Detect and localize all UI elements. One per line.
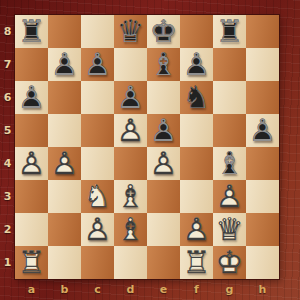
square-f7: ♟♙ — [180, 48, 213, 81]
square-c4 — [81, 147, 114, 180]
white-king-glyph: ♚ — [213, 246, 246, 279]
black-pawn: ♟♙ — [15, 81, 48, 114]
black-bishop-glyph: ♝ — [147, 48, 180, 81]
square-d4 — [114, 147, 147, 180]
white-queen-glyph: ♛ — [213, 213, 246, 246]
square-c7: ♟♙ — [81, 48, 114, 81]
square-f4 — [180, 147, 213, 180]
black-bishop-outline: ♗ — [213, 147, 246, 180]
square-e4: ♟♙ — [147, 147, 180, 180]
white-bishop-outline: ♗ — [114, 213, 147, 246]
rank-label-3: 3 — [0, 180, 15, 213]
square-h5: ♟♙ — [246, 114, 279, 147]
white-bishop: ♝♗ — [114, 213, 147, 246]
square-c1 — [81, 246, 114, 279]
black-pawn-outline: ♙ — [81, 48, 114, 81]
black-pawn-glyph: ♟ — [114, 81, 147, 114]
black-pawn-outline: ♙ — [246, 114, 279, 147]
square-c6 — [81, 81, 114, 114]
black-pawn-outline: ♙ — [180, 48, 213, 81]
black-pawn-outline: ♙ — [114, 81, 147, 114]
black-knight-glyph: ♞ — [180, 81, 213, 114]
square-d1 — [114, 246, 147, 279]
black-pawn: ♟♙ — [246, 114, 279, 147]
white-pawn-glyph: ♟ — [213, 180, 246, 213]
black-rook-glyph: ♜ — [213, 15, 246, 48]
square-c8 — [81, 15, 114, 48]
square-a7 — [15, 48, 48, 81]
white-pawn: ♟♙ — [147, 147, 180, 180]
wood-frame: ♜♖♛♕♚♔♜♖♟♙♟♙♝♗♟♙♟♙♟♙♞♘♟♙♟♙♟♙♟♙♟♙♟♙♝♗♞♘♝♗… — [0, 0, 300, 300]
file-label-e: e — [147, 279, 180, 300]
chess-diagram: ♜♖♛♕♚♔♜♖♟♙♟♙♝♗♟♙♟♙♟♙♞♘♟♙♟♙♟♙♟♙♟♙♟♙♝♗♞♘♝♗… — [0, 0, 300, 300]
square-d6: ♟♙ — [114, 81, 147, 114]
file-label-a: a — [15, 279, 48, 300]
file-label-d: d — [114, 279, 147, 300]
square-h8 — [246, 15, 279, 48]
square-a8: ♜♖ — [15, 15, 48, 48]
black-queen-glyph: ♛ — [114, 15, 147, 48]
white-pawn-glyph: ♟ — [81, 213, 114, 246]
square-g6 — [213, 81, 246, 114]
square-d2: ♝♗ — [114, 213, 147, 246]
square-d5: ♟♙ — [114, 114, 147, 147]
square-b4: ♟♙ — [48, 147, 81, 180]
white-rook: ♜♖ — [180, 246, 213, 279]
square-e8: ♚♔ — [147, 15, 180, 48]
square-h7 — [246, 48, 279, 81]
square-b6 — [48, 81, 81, 114]
white-pawn-glyph: ♟ — [15, 147, 48, 180]
white-bishop-outline: ♗ — [114, 180, 147, 213]
square-f1: ♜♖ — [180, 246, 213, 279]
file-label-c: c — [81, 279, 114, 300]
black-king-glyph: ♚ — [147, 15, 180, 48]
white-rook-glyph: ♜ — [15, 246, 48, 279]
black-rook: ♜♖ — [213, 15, 246, 48]
white-pawn-outline: ♙ — [114, 114, 147, 147]
black-pawn: ♟♙ — [147, 114, 180, 147]
white-pawn-outline: ♙ — [180, 213, 213, 246]
rank-label-1: 1 — [0, 246, 15, 279]
square-d7 — [114, 48, 147, 81]
square-e3 — [147, 180, 180, 213]
black-pawn: ♟♙ — [48, 48, 81, 81]
square-a6: ♟♙ — [15, 81, 48, 114]
square-a5 — [15, 114, 48, 147]
white-pawn-glyph: ♟ — [114, 114, 147, 147]
white-queen: ♛♕ — [213, 213, 246, 246]
square-e1 — [147, 246, 180, 279]
square-f5 — [180, 114, 213, 147]
white-rook: ♜♖ — [15, 246, 48, 279]
square-a1: ♜♖ — [15, 246, 48, 279]
black-pawn: ♟♙ — [114, 81, 147, 114]
black-king: ♚♔ — [147, 15, 180, 48]
white-king-outline: ♔ — [213, 246, 246, 279]
white-pawn: ♟♙ — [15, 147, 48, 180]
white-pawn: ♟♙ — [180, 213, 213, 246]
file-label-h: h — [246, 279, 279, 300]
square-f6: ♞♘ — [180, 81, 213, 114]
black-queen: ♛♕ — [114, 15, 147, 48]
white-pawn-glyph: ♟ — [180, 213, 213, 246]
square-f2: ♟♙ — [180, 213, 213, 246]
black-bishop-glyph: ♝ — [213, 147, 246, 180]
white-rook-outline: ♖ — [15, 246, 48, 279]
black-rook: ♜♖ — [15, 15, 48, 48]
black-pawn-glyph: ♟ — [147, 114, 180, 147]
square-a2 — [15, 213, 48, 246]
black-pawn-glyph: ♟ — [48, 48, 81, 81]
black-pawn-outline: ♙ — [15, 81, 48, 114]
black-bishop-outline: ♗ — [147, 48, 180, 81]
square-a3 — [15, 180, 48, 213]
square-g4: ♝♗ — [213, 147, 246, 180]
white-rook-glyph: ♜ — [180, 246, 213, 279]
square-h3 — [246, 180, 279, 213]
black-pawn-glyph: ♟ — [15, 81, 48, 114]
square-b5 — [48, 114, 81, 147]
rank-label-2: 2 — [0, 213, 15, 246]
black-pawn-outline: ♙ — [48, 48, 81, 81]
square-b8 — [48, 15, 81, 48]
black-pawn: ♟♙ — [81, 48, 114, 81]
white-pawn-outline: ♙ — [15, 147, 48, 180]
square-g1: ♚♔ — [213, 246, 246, 279]
square-e7: ♝♗ — [147, 48, 180, 81]
white-pawn-outline: ♙ — [213, 180, 246, 213]
black-bishop: ♝♗ — [147, 48, 180, 81]
square-b7: ♟♙ — [48, 48, 81, 81]
square-c3: ♞♘ — [81, 180, 114, 213]
square-h4 — [246, 147, 279, 180]
white-queen-outline: ♕ — [213, 213, 246, 246]
rank-label-6: 6 — [0, 81, 15, 114]
square-b3 — [48, 180, 81, 213]
rank-label-7: 7 — [0, 48, 15, 81]
white-king: ♚♔ — [213, 246, 246, 279]
square-d3: ♝♗ — [114, 180, 147, 213]
rank-label-8: 8 — [0, 15, 15, 48]
white-bishop-glyph: ♝ — [114, 213, 147, 246]
white-pawn-glyph: ♟ — [147, 147, 180, 180]
white-pawn-outline: ♙ — [147, 147, 180, 180]
black-rook-outline: ♖ — [213, 15, 246, 48]
square-e5: ♟♙ — [147, 114, 180, 147]
square-b1 — [48, 246, 81, 279]
rank-label-5: 5 — [0, 114, 15, 147]
white-knight-glyph: ♞ — [81, 180, 114, 213]
white-rook-outline: ♖ — [180, 246, 213, 279]
square-a4: ♟♙ — [15, 147, 48, 180]
black-queen-outline: ♕ — [114, 15, 147, 48]
square-e6 — [147, 81, 180, 114]
chess-board: ♜♖♛♕♚♔♜♖♟♙♟♙♝♗♟♙♟♙♟♙♞♘♟♙♟♙♟♙♟♙♟♙♟♙♝♗♞♘♝♗… — [15, 15, 279, 279]
white-pawn: ♟♙ — [213, 180, 246, 213]
white-pawn-outline: ♙ — [81, 213, 114, 246]
square-e2 — [147, 213, 180, 246]
black-rook-glyph: ♜ — [15, 15, 48, 48]
white-pawn: ♟♙ — [48, 147, 81, 180]
file-label-f: f — [180, 279, 213, 300]
white-knight-outline: ♘ — [81, 180, 114, 213]
square-f8 — [180, 15, 213, 48]
white-pawn-outline: ♙ — [48, 147, 81, 180]
white-knight: ♞♘ — [81, 180, 114, 213]
black-pawn-glyph: ♟ — [180, 48, 213, 81]
square-h6 — [246, 81, 279, 114]
white-bishop-glyph: ♝ — [114, 180, 147, 213]
black-rook-outline: ♖ — [15, 15, 48, 48]
white-pawn: ♟♙ — [114, 114, 147, 147]
black-pawn-glyph: ♟ — [246, 114, 279, 147]
file-label-g: g — [213, 279, 246, 300]
square-d8: ♛♕ — [114, 15, 147, 48]
black-pawn-outline: ♙ — [147, 114, 180, 147]
file-label-b: b — [48, 279, 81, 300]
square-h2 — [246, 213, 279, 246]
square-g5 — [213, 114, 246, 147]
white-pawn: ♟♙ — [81, 213, 114, 246]
black-king-outline: ♔ — [147, 15, 180, 48]
white-pawn-glyph: ♟ — [48, 147, 81, 180]
square-c5 — [81, 114, 114, 147]
square-b2 — [48, 213, 81, 246]
square-h1 — [246, 246, 279, 279]
square-c2: ♟♙ — [81, 213, 114, 246]
rank-label-4: 4 — [0, 147, 15, 180]
square-f3 — [180, 180, 213, 213]
white-bishop: ♝♗ — [114, 180, 147, 213]
black-pawn-glyph: ♟ — [81, 48, 114, 81]
black-knight-outline: ♘ — [180, 81, 213, 114]
square-g3: ♟♙ — [213, 180, 246, 213]
square-g8: ♜♖ — [213, 15, 246, 48]
black-knight: ♞♘ — [180, 81, 213, 114]
square-g2: ♛♕ — [213, 213, 246, 246]
black-pawn: ♟♙ — [180, 48, 213, 81]
square-g7 — [213, 48, 246, 81]
black-bishop: ♝♗ — [213, 147, 246, 180]
